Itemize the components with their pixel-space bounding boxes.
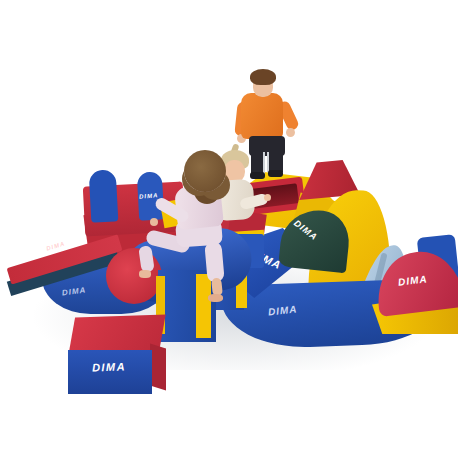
support-yellow-panel [196, 274, 211, 338]
dima-logo: DIMA [92, 361, 126, 373]
toddler-hand [264, 194, 271, 201]
boy-shirt [241, 93, 283, 139]
blue-wall-post [89, 169, 119, 222]
product-photo: DIMA DIMA DIMA DIMA DIMA DIMA DIMA [0, 0, 458, 458]
girl-foot [208, 294, 223, 302]
red-box-side [150, 343, 166, 390]
boy-hand [286, 128, 295, 137]
girl-hand [150, 218, 158, 226]
girl-leg [204, 241, 224, 282]
boy-shoe [268, 170, 283, 177]
boy-trouser-stripe [267, 152, 269, 172]
boy-shoe [250, 172, 265, 179]
boy-hair [250, 69, 276, 85]
boy-leg [269, 152, 283, 172]
cylinder-red-end-disc [106, 248, 162, 304]
boy-trouser-stripe [263, 152, 265, 174]
girl-foot [139, 270, 151, 278]
girl-hair [184, 150, 226, 192]
